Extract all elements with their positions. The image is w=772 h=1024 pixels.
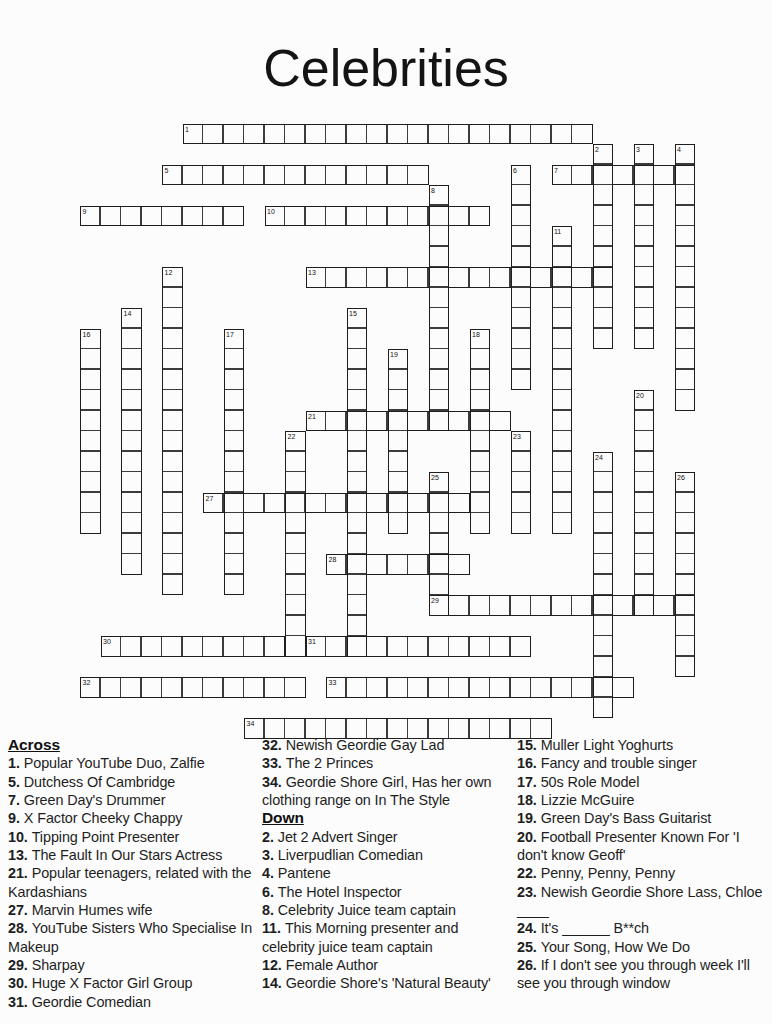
cell-divider [163, 450, 182, 452]
entry-4-down[interactable] [675, 144, 696, 411]
clue-number: 19. [517, 810, 537, 826]
cell-divider [284, 207, 286, 226]
cell-divider [163, 491, 182, 493]
cell-divider [389, 491, 408, 493]
cell-divider [512, 245, 531, 247]
cell-divider [407, 125, 409, 144]
cell-divider [325, 719, 327, 738]
clue-down-22: 22.Penny, Penny, Penny [517, 864, 767, 882]
cell-divider [635, 430, 654, 432]
cell-divider [386, 555, 388, 574]
cell-divider [81, 430, 100, 432]
entry-33-across[interactable] [326, 677, 634, 698]
entry-18-down[interactable] [470, 329, 491, 534]
cell-divider [202, 166, 204, 185]
cell-divider [348, 389, 367, 391]
cell-divider [181, 678, 183, 697]
cell-divider [635, 553, 654, 555]
cell-divider [635, 245, 654, 247]
cell-divider [286, 512, 305, 514]
cell-divider [122, 450, 141, 452]
cell-divider [676, 204, 695, 206]
cell-divider [163, 389, 182, 391]
clue-down-16: 16.Fancy and trouble singer [517, 754, 767, 772]
cell-divider [348, 594, 367, 596]
cell-divider [635, 471, 654, 473]
cell-divider [430, 348, 449, 350]
clue-across-7: 7.Green Day's Drummer [8, 791, 254, 809]
clue-number: 30. [8, 975, 28, 991]
cell-divider [120, 207, 122, 226]
clue-number: 16. [517, 755, 537, 771]
cell-divider [550, 125, 552, 144]
cell-divider [427, 125, 429, 144]
entry-26-down[interactable] [675, 472, 696, 677]
entry-11-down[interactable] [552, 226, 573, 534]
cell-divider [286, 450, 305, 452]
clue-text: If I don't see you through week I'll see… [517, 957, 750, 991]
cell-divider [122, 430, 141, 432]
cell-number-21: 21 [308, 413, 316, 420]
cell-divider [366, 719, 368, 738]
entry-10-across[interactable] [265, 206, 491, 227]
cell-divider [594, 204, 613, 206]
cell-divider [471, 409, 490, 411]
cell-divider [225, 491, 244, 493]
clue-down-14: 14.Geordie Shore's 'Natural Beauty' [262, 974, 510, 992]
cell-divider [225, 512, 244, 514]
clue-text: Popular YouTube Duo, Zalfie [24, 755, 205, 771]
clue-number: 28. [8, 920, 28, 936]
cell-divider [99, 678, 101, 697]
cell-divider [348, 348, 367, 350]
entry-19-down[interactable] [388, 349, 409, 534]
clue-text: Marvin Humes wife [32, 902, 153, 918]
crossword-worksheet: Celebrities 1579101321272829303132333423… [0, 0, 772, 1024]
cell-divider [594, 307, 613, 309]
cell-divider [389, 430, 408, 432]
clue-number: 18. [517, 792, 537, 808]
cell-divider [325, 268, 327, 287]
cell-divider [512, 307, 531, 309]
cell-divider [386, 678, 388, 697]
cell-number-17: 17 [226, 331, 234, 338]
crossword-grid[interactable]: 1579101321272829303132333423468111214151… [0, 0, 772, 772]
cell-divider [345, 166, 347, 185]
clue-number: 20. [517, 829, 537, 845]
entry-1-across[interactable] [183, 124, 593, 145]
clue-down-8: 8.Celebrity Juice team captain [262, 901, 510, 919]
clue-text: Newish Geordie Gay Lad [286, 737, 445, 753]
cell-divider [512, 491, 531, 493]
cell-divider [222, 637, 224, 656]
down-heading: Down [262, 809, 510, 827]
cell-divider [122, 471, 141, 473]
clue-number: 27. [8, 902, 28, 918]
entry-2-down[interactable] [593, 144, 614, 349]
clue-text: Newish Geordie Shore Lass, Chloe ____ [517, 884, 762, 918]
cell-divider [512, 471, 531, 473]
cell-divider [594, 614, 613, 616]
cell-number-15: 15 [349, 310, 357, 317]
clue-text: Football Presenter Known For 'I don't kn… [517, 829, 740, 863]
cell-divider [122, 368, 141, 370]
cell-divider [325, 166, 327, 185]
clue-down-2: 2.Jet 2 Advert Singer [262, 828, 510, 846]
clue-number: 5. [8, 774, 20, 790]
cell-divider [81, 450, 100, 452]
clue-column-3: 15.Muller Light Yoghurts16.Fancy and tro… [517, 736, 767, 993]
clue-text: Dutchess Of Cambridge [24, 774, 175, 790]
cell-divider [594, 225, 613, 227]
cell-divider [345, 719, 347, 738]
cell-divider [325, 412, 327, 431]
cell-divider [553, 512, 572, 514]
clue-down-6: 6.The Hotel Inspector [262, 883, 510, 901]
entry-23-down[interactable] [511, 431, 532, 534]
cell-divider [430, 491, 449, 493]
cell-divider [122, 327, 141, 329]
cell-divider [366, 268, 368, 287]
cell-divider [448, 125, 450, 144]
entry-29-across[interactable] [429, 595, 696, 616]
clue-text: X Factor Cheeky Chappy [24, 810, 183, 826]
cell-divider [676, 307, 695, 309]
cell-divider [594, 655, 613, 657]
cell-divider [530, 719, 532, 738]
cell-divider [389, 409, 408, 411]
cell-divider [286, 594, 305, 596]
clue-text: It's ______ B**ch [541, 920, 649, 936]
cell-divider [386, 637, 388, 656]
cell-divider [389, 389, 408, 391]
cell-divider [181, 166, 183, 185]
entry-20-down[interactable] [634, 390, 655, 616]
cell-divider [430, 594, 449, 596]
cell-divider [163, 512, 182, 514]
entry-24-down[interactable] [593, 452, 614, 719]
clue-down-18: 18.Lizzie McGuire [517, 791, 767, 809]
clue-text: Green Day's Bass Guitarist [541, 810, 712, 826]
cell-divider [430, 286, 449, 288]
cell-divider [468, 207, 470, 226]
cell-divider [594, 594, 613, 596]
cell-divider [161, 678, 163, 697]
cell-divider [430, 327, 449, 329]
cell-divider [594, 327, 613, 329]
cell-divider [676, 573, 695, 575]
clue-text: Geordie Shore's 'Natural Beauty' [286, 975, 491, 991]
cell-divider [553, 491, 572, 493]
cell-divider [509, 719, 511, 738]
cell-divider [163, 327, 182, 329]
cell-divider [430, 245, 449, 247]
cell-divider [635, 512, 654, 514]
cell-number-25: 25 [431, 474, 439, 481]
cell-divider [222, 166, 224, 185]
cell-divider [509, 678, 511, 697]
cell-divider [635, 225, 654, 227]
cell-divider [345, 207, 347, 226]
cell-divider [676, 614, 695, 616]
cell-divider [676, 491, 695, 493]
cell-divider [509, 596, 511, 615]
clue-text: Popular teenagers, related with the Kard… [8, 865, 251, 899]
cell-divider [509, 125, 511, 144]
clue-number: 31. [8, 994, 28, 1010]
entry-9-across[interactable] [80, 206, 244, 227]
cell-divider [163, 286, 182, 288]
cell-divider [489, 637, 491, 656]
cell-divider [263, 678, 265, 697]
cell-divider [366, 678, 368, 697]
entry-17-down[interactable] [224, 329, 245, 596]
clue-number: 2. [262, 829, 274, 845]
cell-divider [635, 163, 654, 165]
cell-divider [284, 678, 286, 697]
clue-text: The 2 Princes [286, 755, 373, 771]
cell-divider [286, 573, 305, 575]
entry-31-across[interactable] [306, 636, 532, 657]
cell-divider [676, 512, 695, 514]
cell-divider [448, 719, 450, 738]
clue-across-29: 29.Sharpay [8, 956, 254, 974]
cell-divider [81, 368, 100, 370]
clue-down-23: 23.Newish Geordie Shore Lass, Chloe ____ [517, 883, 767, 920]
cell-divider [304, 719, 306, 738]
cell-divider [553, 471, 572, 473]
cell-divider [594, 245, 613, 247]
cell-divider [594, 553, 613, 555]
cell-divider [225, 471, 244, 473]
entry-32-across[interactable] [80, 677, 306, 698]
cell-divider [427, 678, 429, 697]
cell-divider [571, 166, 573, 185]
cell-divider [120, 637, 122, 656]
cell-divider [222, 678, 224, 697]
clue-down-4: 4.Pantene [262, 864, 510, 882]
entry-6-down[interactable] [511, 165, 532, 391]
cell-divider [594, 471, 613, 473]
cell-divider [512, 450, 531, 452]
clue-across-30: 30.Huge X Factor Girl Group [8, 974, 254, 992]
entry-7-across[interactable] [552, 165, 696, 186]
entry-15-down[interactable] [347, 308, 368, 657]
cell-divider [386, 719, 388, 738]
cell-divider [468, 719, 470, 738]
cell-divider [407, 719, 409, 738]
clue-text: The Fault In Our Stars Actress [32, 847, 223, 863]
cell-divider [366, 207, 368, 226]
cell-divider [140, 207, 142, 226]
cell-divider [635, 532, 654, 534]
cell-divider [635, 327, 654, 329]
clue-text: Sharpay [32, 957, 85, 973]
cell-divider [407, 637, 409, 656]
cell-number-11: 11 [554, 228, 561, 235]
entry-25-down[interactable] [429, 472, 450, 616]
cell-divider [489, 125, 491, 144]
cell-divider [676, 389, 695, 391]
cell-divider [676, 327, 695, 329]
cell-divider [243, 166, 245, 185]
clue-down-19: 19.Green Day's Bass Guitarist [517, 809, 767, 827]
cell-number-26: 26 [677, 474, 685, 481]
cell-divider [407, 166, 409, 185]
cell-divider [348, 471, 367, 473]
cell-number-3: 3 [636, 146, 640, 153]
cell-divider [512, 286, 531, 288]
cell-divider [489, 268, 491, 287]
cell-divider [430, 512, 449, 514]
cell-divider [81, 389, 100, 391]
entry-12-down[interactable] [162, 267, 183, 595]
cell-divider [348, 327, 367, 329]
cell-divider [553, 450, 572, 452]
cell-divider [594, 635, 613, 637]
cell-divider [471, 471, 490, 473]
cell-number-24: 24 [595, 454, 603, 461]
cell-divider [366, 166, 368, 185]
cell-divider [594, 491, 613, 493]
entry-14-down[interactable] [121, 308, 142, 575]
cell-divider [81, 471, 100, 473]
cell-divider [286, 532, 305, 534]
cell-divider [471, 348, 490, 350]
cell-divider [676, 553, 695, 555]
cell-divider [553, 286, 572, 288]
clue-down-12: 12.Female Author [262, 956, 510, 974]
cell-divider [263, 125, 265, 144]
cell-divider [243, 637, 245, 656]
cell-divider [676, 368, 695, 370]
cell-divider [676, 348, 695, 350]
clue-down-25: 25.Your Song, How We Do [517, 938, 767, 956]
cell-divider [512, 512, 531, 514]
cell-divider [430, 307, 449, 309]
entry-8-down[interactable] [429, 185, 450, 431]
cell-divider [181, 207, 183, 226]
across-heading: Across [8, 736, 254, 754]
cell-divider [286, 553, 305, 555]
cell-divider [571, 678, 573, 697]
cell-divider [222, 207, 224, 226]
cell-divider [81, 409, 100, 411]
cell-divider [348, 635, 367, 637]
clue-column-2: 32.Newish Geordie Gay Lad33.The 2 Prince… [262, 736, 510, 993]
clue-down-15: 15.Muller Light Yoghurts [517, 736, 767, 754]
cell-divider [553, 327, 572, 329]
clue-number: 33. [262, 755, 282, 771]
cell-divider [407, 207, 409, 226]
cell-divider [430, 204, 449, 206]
cell-divider [571, 125, 573, 144]
cell-divider [348, 409, 367, 411]
cell-divider [676, 655, 695, 657]
cell-divider [122, 553, 141, 555]
cell-divider [386, 268, 388, 287]
cell-number-28: 28 [329, 556, 337, 563]
cell-divider [530, 596, 532, 615]
clue-number: 11. [262, 920, 281, 936]
cell-divider [530, 678, 532, 697]
clue-text: Jet 2 Advert Singer [278, 829, 398, 845]
cell-divider [676, 286, 695, 288]
clue-text: Female Author [286, 957, 378, 973]
cell-divider [263, 494, 265, 513]
entry-30-across[interactable] [101, 636, 286, 657]
entry-5-across[interactable] [162, 165, 429, 186]
entry-22-down[interactable] [285, 431, 306, 657]
cell-divider [468, 125, 470, 144]
entry-16-down[interactable] [80, 329, 101, 534]
clue-across-34: 34.Geordie Shore Girl, Has her own cloth… [262, 773, 510, 810]
cell-divider [284, 719, 286, 738]
cell-number-6: 6 [513, 167, 517, 174]
clue-text: Fancy and trouble singer [541, 755, 697, 771]
cell-divider [163, 471, 182, 473]
cell-divider [471, 430, 490, 432]
cell-divider [161, 637, 163, 656]
clue-number: 15. [517, 737, 537, 753]
cell-divider [512, 204, 531, 206]
cell-number-7: 7 [554, 167, 558, 174]
cell-divider [448, 678, 450, 697]
cell-divider [202, 678, 204, 697]
cell-number-23: 23 [513, 433, 521, 440]
cell-divider [468, 596, 470, 615]
cell-divider [348, 553, 367, 555]
clue-text: YouTube Sisters Who Specialise In Makeup [8, 920, 252, 954]
cell-divider [225, 430, 244, 432]
cell-divider [512, 266, 531, 268]
cell-number-8: 8 [431, 187, 435, 194]
cell-divider [553, 409, 572, 411]
cell-divider [140, 637, 142, 656]
cell-divider [635, 450, 654, 452]
cell-divider [553, 245, 572, 247]
cell-divider [468, 637, 470, 656]
cell-divider [530, 125, 532, 144]
cell-divider [304, 207, 306, 226]
cell-divider [263, 719, 265, 738]
cell-number-34: 34 [247, 720, 255, 727]
cell-number-14: 14 [124, 310, 132, 317]
cell-divider [635, 286, 654, 288]
cell-divider [550, 678, 552, 697]
cell-number-19: 19 [390, 351, 398, 358]
cell-divider [389, 471, 408, 473]
clue-number: 6. [262, 884, 274, 900]
cell-divider [202, 125, 204, 144]
clue-number: 14. [262, 975, 282, 991]
clue-text: Tipping Point Presenter [32, 829, 180, 845]
clue-number: 10. [8, 829, 28, 845]
cell-divider [635, 409, 654, 411]
cell-divider [389, 512, 408, 514]
cell-divider [571, 596, 573, 615]
cell-divider [81, 491, 100, 493]
clue-text: The Hotel Inspector [278, 884, 402, 900]
cell-divider [430, 389, 449, 391]
cell-divider [512, 225, 531, 227]
cell-divider [427, 719, 429, 738]
cell-divider [163, 307, 182, 309]
entry-3-down[interactable] [634, 144, 655, 349]
cell-divider [430, 266, 449, 268]
cell-divider [140, 678, 142, 697]
cell-divider [348, 491, 367, 493]
